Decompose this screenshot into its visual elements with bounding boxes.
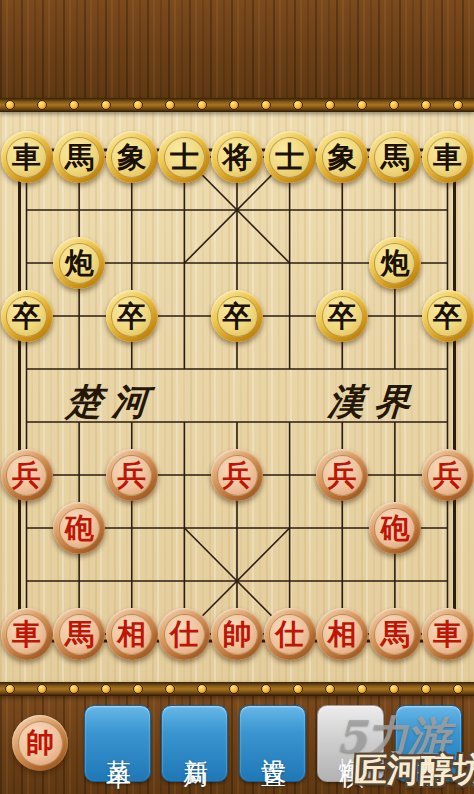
piece-character: 卒 (217, 296, 258, 337)
piece-black-cannon[interactable]: 炮 (53, 237, 105, 289)
piece-red-cannon[interactable]: 砲 (369, 502, 421, 554)
gold-stud-icon (229, 100, 239, 110)
turn-indicator-label: 帥 (18, 721, 63, 766)
gold-stud-icon (37, 100, 47, 110)
piece-character: 卒 (111, 296, 152, 337)
gold-stud-icon (5, 684, 15, 694)
gold-stud-icon (421, 684, 431, 694)
piece-black-horse[interactable]: 馬 (53, 131, 105, 183)
piece-red-chariot[interactable]: 車 (1, 608, 53, 660)
piece-black-soldier[interactable]: 卒 (316, 290, 368, 342)
piece-character: 砲 (374, 508, 415, 549)
piece-black-advisor[interactable]: 士 (264, 131, 316, 183)
piece-red-soldier[interactable]: 兵 (422, 449, 474, 501)
piece-red-soldier[interactable]: 兵 (211, 449, 263, 501)
piece-red-advisor[interactable]: 仕 (264, 608, 316, 660)
bottom-stud-rail (0, 682, 474, 696)
piece-character: 馬 (374, 614, 415, 655)
gold-stud-icon (197, 100, 207, 110)
piece-character: 炮 (374, 243, 415, 284)
piece-red-soldier[interactable]: 兵 (106, 449, 158, 501)
gold-stud-icon (325, 100, 335, 110)
piece-character: 車 (6, 614, 47, 655)
piece-red-soldier[interactable]: 兵 (1, 449, 53, 501)
piece-black-horse[interactable]: 馬 (369, 131, 421, 183)
piece-black-elephant[interactable]: 象 (316, 131, 368, 183)
piece-black-chariot[interactable]: 車 (422, 131, 474, 183)
piece-character: 兵 (322, 455, 363, 496)
gold-stud-icon (165, 684, 175, 694)
gold-stud-icon (165, 100, 175, 110)
new-game-button[interactable]: 新局 (161, 705, 228, 782)
piece-character: 兵 (217, 455, 258, 496)
gold-stud-icon (69, 684, 79, 694)
piece-black-soldier[interactable]: 卒 (106, 290, 158, 342)
piece-character: 馬 (374, 137, 415, 178)
gold-stud-icon (389, 100, 399, 110)
piece-red-soldier[interactable]: 兵 (316, 449, 368, 501)
gold-stud-icon (229, 684, 239, 694)
piece-character: 車 (427, 614, 468, 655)
xiangqi-game-screen: 楚河 漢界 車馬象士将士象馬車炮炮卒卒卒卒卒兵兵兵兵兵砲砲車馬相仕帥仕相馬車 帥… (0, 0, 474, 794)
piece-red-advisor[interactable]: 仕 (158, 608, 210, 660)
piece-red-horse[interactable]: 馬 (369, 608, 421, 660)
top-stud-rail (0, 98, 474, 112)
piece-character: 兵 (111, 455, 152, 496)
turn-indicator-red-general-piece: 帥 (12, 715, 68, 771)
piece-character: 士 (269, 137, 310, 178)
piece-red-elephant[interactable]: 相 (106, 608, 158, 660)
undo-button[interactable]: 悔棋 (317, 705, 384, 782)
gold-stud-icon (293, 100, 303, 110)
piece-black-elephant[interactable]: 象 (106, 131, 158, 183)
gold-stud-icon (261, 684, 271, 694)
gold-stud-icon (101, 100, 111, 110)
piece-red-general[interactable]: 帥 (211, 608, 263, 660)
piece-character: 象 (111, 137, 152, 178)
gold-stud-icon (101, 684, 111, 694)
settings-button[interactable]: 设置 (239, 705, 306, 782)
piece-black-chariot[interactable]: 車 (1, 131, 53, 183)
piece-character: 炮 (59, 243, 100, 284)
piece-red-cannon[interactable]: 砲 (53, 502, 105, 554)
piece-character: 相 (111, 614, 152, 655)
gold-stud-icon (453, 100, 463, 110)
piece-black-cannon[interactable]: 炮 (369, 237, 421, 289)
xiangqi-board[interactable]: 楚河 漢界 車馬象士将士象馬車炮炮卒卒卒卒卒兵兵兵兵兵砲砲車馬相仕帥仕相馬車 (0, 112, 474, 682)
piece-character: 車 (6, 137, 47, 178)
piece-character: 車 (427, 137, 468, 178)
piece-black-soldier[interactable]: 卒 (211, 290, 263, 342)
gold-stud-icon (453, 684, 463, 694)
piece-black-soldier[interactable]: 卒 (1, 290, 53, 342)
piece-black-soldier[interactable]: 卒 (422, 290, 474, 342)
gold-stud-icon (325, 684, 335, 694)
piece-red-elephant[interactable]: 相 (316, 608, 368, 660)
piece-character: 仕 (269, 614, 310, 655)
gold-stud-icon (389, 684, 399, 694)
piece-character: 卒 (322, 296, 363, 337)
gold-stud-icon (133, 684, 143, 694)
piece-character: 馬 (59, 137, 100, 178)
piece-character: 兵 (6, 455, 47, 496)
gold-stud-icon (357, 100, 367, 110)
piece-character: 砲 (59, 508, 100, 549)
gold-stud-icon (133, 100, 143, 110)
piece-black-general[interactable]: 将 (211, 131, 263, 183)
top-wood-frame (0, 0, 474, 98)
piece-character: 士 (164, 137, 205, 178)
gold-stud-icon (261, 100, 271, 110)
gold-stud-icon (37, 684, 47, 694)
piece-character: 馬 (59, 614, 100, 655)
piece-black-advisor[interactable]: 士 (158, 131, 210, 183)
piece-character: 帥 (217, 614, 258, 655)
piece-character: 象 (322, 137, 363, 178)
piece-character: 卒 (427, 296, 468, 337)
gold-stud-icon (69, 100, 79, 110)
piece-character: 兵 (427, 455, 468, 496)
piece-character: 将 (217, 137, 258, 178)
gold-stud-icon (197, 684, 207, 694)
gold-stud-icon (293, 684, 303, 694)
piece-red-chariot[interactable]: 車 (422, 608, 474, 660)
gold-stud-icon (357, 684, 367, 694)
river-label-right: 漢界 (326, 378, 421, 427)
menu-button[interactable]: 菜单 (84, 705, 151, 782)
gold-stud-icon (421, 100, 431, 110)
piece-character: 仕 (164, 614, 205, 655)
gold-stud-icon (5, 100, 15, 110)
hint-button[interactable]: 提示 (395, 705, 462, 782)
piece-red-horse[interactable]: 馬 (53, 608, 105, 660)
piece-character: 卒 (6, 296, 47, 337)
river-label-left: 楚河 (64, 378, 159, 427)
piece-character: 相 (322, 614, 363, 655)
